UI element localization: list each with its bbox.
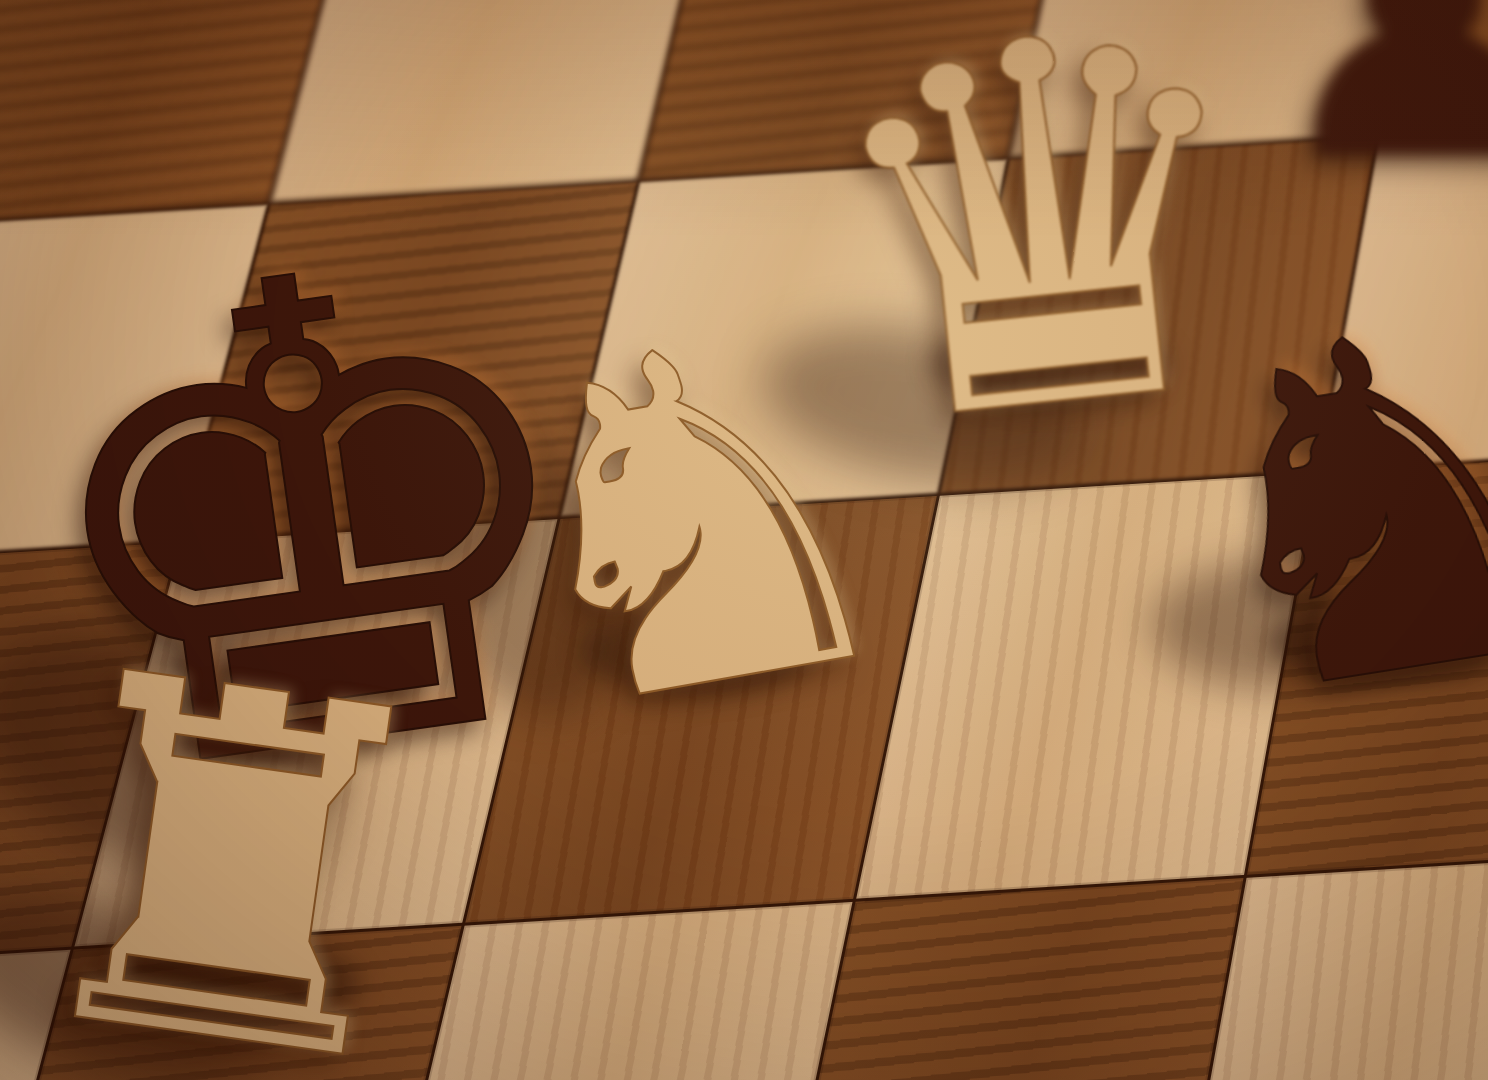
black-pawn-g7-partial[interactable]: ♟: [1263, 0, 1488, 210]
chessboard-scene: ♚ ♞ ♛ ♞ ♜ ♟: [0, 0, 1488, 1080]
white-rook-d4[interactable]: ♜: [0, 602, 478, 1080]
